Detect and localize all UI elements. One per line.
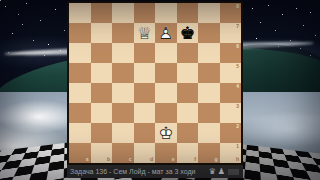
chess-board[interactable]: 8♛♕♟♙♚♚76543♚♔2abcdefg1h [69, 3, 241, 163]
file-label-c: c [129, 157, 132, 162]
square-e1[interactable]: e [155, 143, 177, 163]
queen-icon[interactable]: ♛ [209, 168, 216, 176]
file-label-e: e [172, 157, 175, 162]
square-c6[interactable] [112, 43, 134, 63]
square-c8[interactable] [112, 3, 134, 23]
square-c3[interactable] [112, 103, 134, 123]
square-e8[interactable] [155, 3, 177, 23]
square-g7[interactable] [198, 23, 220, 43]
file-label-h: h [236, 157, 239, 162]
rank-label-3: 3 [236, 104, 239, 109]
file-label-g: g [214, 157, 217, 162]
counter-badge[interactable] [227, 168, 240, 176]
square-a8[interactable] [69, 3, 91, 23]
square-f3[interactable] [177, 103, 199, 123]
square-c7[interactable] [112, 23, 134, 43]
square-g1[interactable]: g [198, 143, 220, 163]
square-e5[interactable] [155, 63, 177, 83]
file-label-d: d [150, 157, 153, 162]
caption-bar: Задача 136 - Сем Лойд - мат за 3 ходи ♛ … [67, 165, 243, 178]
square-h7[interactable]: 7 [220, 23, 242, 43]
square-a1[interactable]: a [69, 143, 91, 163]
square-f6[interactable] [177, 43, 199, 63]
scene: 8♛♕♟♙♚♚76543♚♔2abcdefg1h Задача 136 - Се… [0, 0, 320, 180]
white-king[interactable]: ♚♔ [155, 123, 177, 143]
file-label-a: a [86, 157, 89, 162]
square-f2[interactable] [177, 123, 199, 143]
square-d1[interactable]: d [134, 143, 156, 163]
rank-label-1: 1 [236, 144, 239, 149]
square-h4[interactable]: 4 [220, 83, 242, 103]
file-label-f: f [194, 157, 196, 162]
square-f7[interactable]: ♚♚ [177, 23, 199, 43]
square-g8[interactable] [198, 3, 220, 23]
white-pawn[interactable]: ♟♙ [155, 23, 177, 43]
square-b3[interactable] [91, 103, 113, 123]
square-b1[interactable]: b [91, 143, 113, 163]
square-e3[interactable] [155, 103, 177, 123]
square-d3[interactable] [134, 103, 156, 123]
square-f4[interactable] [177, 83, 199, 103]
square-g6[interactable] [198, 43, 220, 63]
stars [0, 0, 1, 1]
square-d4[interactable] [134, 83, 156, 103]
pawn-icon[interactable]: ♟ [218, 168, 225, 176]
square-g2[interactable] [198, 123, 220, 143]
rank-label-8: 8 [236, 4, 239, 9]
square-e6[interactable] [155, 43, 177, 63]
square-b6[interactable] [91, 43, 113, 63]
square-d7[interactable]: ♛♕ [134, 23, 156, 43]
square-d6[interactable] [134, 43, 156, 63]
rank-label-4: 4 [236, 84, 239, 89]
square-h6[interactable]: 6 [220, 43, 242, 63]
square-c2[interactable] [112, 123, 134, 143]
square-d5[interactable] [134, 63, 156, 83]
square-f5[interactable] [177, 63, 199, 83]
square-e4[interactable] [155, 83, 177, 103]
square-c5[interactable] [112, 63, 134, 83]
rank-label-6: 6 [236, 44, 239, 49]
square-g4[interactable] [198, 83, 220, 103]
square-b4[interactable] [91, 83, 113, 103]
square-e7[interactable]: ♟♙ [155, 23, 177, 43]
square-f8[interactable] [177, 3, 199, 23]
square-g5[interactable] [198, 63, 220, 83]
square-h5[interactable]: 5 [220, 63, 242, 83]
square-d2[interactable] [134, 123, 156, 143]
square-b2[interactable] [91, 123, 113, 143]
square-c4[interactable] [112, 83, 134, 103]
square-h3[interactable]: 3 [220, 103, 242, 123]
black-king[interactable]: ♚♚ [177, 23, 199, 43]
square-a5[interactable] [69, 63, 91, 83]
square-a6[interactable] [69, 43, 91, 63]
square-a3[interactable] [69, 103, 91, 123]
square-h1[interactable]: 1h [220, 143, 242, 163]
puzzle-caption: Задача 136 - Сем Лойд - мат за 3 ходи [70, 165, 207, 178]
square-e2[interactable]: ♚♔ [155, 123, 177, 143]
square-h2[interactable]: 2 [220, 123, 242, 143]
rank-label-5: 5 [236, 64, 239, 69]
square-a2[interactable] [69, 123, 91, 143]
square-b5[interactable] [91, 63, 113, 83]
board-frame: 8♛♕♟♙♚♚76543♚♔2abcdefg1h [67, 1, 243, 165]
square-b8[interactable] [91, 3, 113, 23]
square-f1[interactable]: f [177, 143, 199, 163]
square-c1[interactable]: c [112, 143, 134, 163]
rank-label-2: 2 [236, 124, 239, 129]
square-d8[interactable] [134, 3, 156, 23]
square-a4[interactable] [69, 83, 91, 103]
square-g3[interactable] [198, 103, 220, 123]
white-queen[interactable]: ♛♕ [134, 23, 156, 43]
square-b7[interactable] [91, 23, 113, 43]
rank-label-7: 7 [236, 24, 239, 29]
file-label-b: b [107, 157, 110, 162]
square-h8[interactable]: 8 [220, 3, 242, 23]
square-a7[interactable] [69, 23, 91, 43]
chess-board-widget: 8♛♕♟♙♚♚76543♚♔2abcdefg1h Задача 136 - Се… [67, 1, 243, 178]
